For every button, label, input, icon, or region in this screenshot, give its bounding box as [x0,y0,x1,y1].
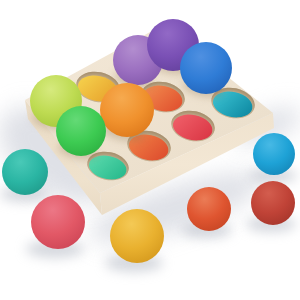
ball-sky-blue[interactable] [253,133,295,175]
ball-brick-red[interactable] [251,181,295,225]
ball-orange-red[interactable] [187,187,231,231]
ball-teal[interactable] [2,149,48,195]
ball-pink-red[interactable] [31,195,85,249]
ball-green[interactable] [56,106,106,156]
ball-blue[interactable] [180,42,232,94]
product-photo [0,0,300,300]
ball-golden-yellow[interactable] [110,209,164,263]
ball-orange[interactable] [100,83,154,137]
